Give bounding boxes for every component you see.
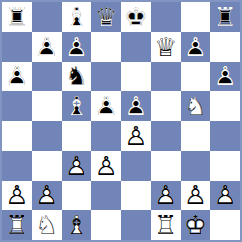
square-b8[interactable] [32, 2, 62, 32]
white-queen[interactable]: ♕ [154, 34, 177, 60]
square-d8[interactable]: ♕ [91, 2, 121, 32]
square-g5[interactable]: ♘ [181, 91, 211, 121]
black-pawn[interactable]: ♙ [184, 34, 207, 60]
black-rook[interactable]: ♖ [5, 4, 28, 30]
square-a4[interactable] [2, 121, 32, 151]
white-pawn[interactable]: ♙ [5, 182, 28, 208]
white-pawn[interactable]: ♙ [65, 153, 88, 179]
white-rook[interactable]: ♖ [154, 212, 177, 238]
square-f7[interactable]: ♕ [151, 32, 181, 62]
square-d1[interactable] [91, 210, 121, 240]
black-king[interactable]: ♔ [124, 4, 147, 30]
white-pawn[interactable]: ♙ [154, 182, 177, 208]
square-d4[interactable] [91, 121, 121, 151]
white-bishop[interactable]: ♗ [65, 212, 88, 238]
square-g4[interactable] [181, 121, 211, 151]
square-b7[interactable]: ♙ [32, 32, 62, 62]
square-g7[interactable]: ♙ [181, 32, 211, 62]
square-a5[interactable] [2, 91, 32, 121]
square-c2[interactable] [62, 181, 92, 211]
white-pawn[interactable]: ♙ [213, 182, 236, 208]
black-bishop[interactable]: ♗ [65, 4, 88, 30]
square-g2[interactable]: ♙ [181, 181, 211, 211]
square-c1[interactable]: ♗ [62, 210, 92, 240]
square-a2[interactable]: ♙ [2, 181, 32, 211]
black-pawn[interactable]: ♙ [65, 34, 88, 60]
square-c6[interactable]: ♘ [62, 62, 92, 92]
white-pawn[interactable]: ♙ [184, 182, 207, 208]
square-a1[interactable]: ♖ [2, 210, 32, 240]
square-b2[interactable]: ♙ [32, 181, 62, 211]
square-g6[interactable] [181, 62, 211, 92]
square-f2[interactable]: ♙ [151, 181, 181, 211]
square-e8[interactable]: ♔ [121, 2, 151, 32]
square-d2[interactable] [91, 181, 121, 211]
square-a7[interactable] [2, 32, 32, 62]
square-h2[interactable]: ♙ [210, 181, 240, 211]
square-c5[interactable]: ♗ [62, 91, 92, 121]
square-a6[interactable]: ♙ [2, 62, 32, 92]
square-c8[interactable]: ♗ [62, 2, 92, 32]
square-e4[interactable]: ♙ [121, 121, 151, 151]
square-d3[interactable]: ♙ [91, 151, 121, 181]
white-knight[interactable]: ♘ [35, 212, 58, 238]
square-f5[interactable] [151, 91, 181, 121]
square-f6[interactable] [151, 62, 181, 92]
black-pawn[interactable]: ♙ [35, 34, 58, 60]
square-b1[interactable]: ♘ [32, 210, 62, 240]
square-b5[interactable] [32, 91, 62, 121]
white-pawn[interactable]: ♙ [35, 182, 58, 208]
square-e2[interactable] [121, 181, 151, 211]
square-c3[interactable]: ♙ [62, 151, 92, 181]
black-pawn[interactable]: ♙ [5, 63, 28, 89]
black-knight[interactable]: ♘ [65, 63, 88, 89]
square-h6[interactable]: ♙ [210, 62, 240, 92]
square-e6[interactable] [121, 62, 151, 92]
square-b4[interactable] [32, 121, 62, 151]
square-d5[interactable]: ♙ [91, 91, 121, 121]
square-f4[interactable] [151, 121, 181, 151]
white-pawn[interactable]: ♙ [124, 123, 147, 149]
square-e7[interactable] [121, 32, 151, 62]
square-c4[interactable] [62, 121, 92, 151]
square-f3[interactable] [151, 151, 181, 181]
square-f1[interactable]: ♖ [151, 210, 181, 240]
square-e3[interactable] [121, 151, 151, 181]
black-rook[interactable]: ♖ [213, 4, 236, 30]
square-b3[interactable] [32, 151, 62, 181]
square-h1[interactable] [210, 210, 240, 240]
square-e5[interactable]: ♙ [121, 91, 151, 121]
square-f8[interactable] [151, 2, 181, 32]
black-queen[interactable]: ♕ [94, 4, 117, 30]
chessboard: ♖♗♕♔♖♙♙♕♙♙♘♙♗♙♙♘♙♙♙♙♙♙♙♙♖♘♗♖♔ [0, 0, 242, 242]
square-b6[interactable] [32, 62, 62, 92]
black-pawn[interactable]: ♙ [94, 93, 117, 119]
square-h8[interactable]: ♖ [210, 2, 240, 32]
square-g3[interactable] [181, 151, 211, 181]
square-h3[interactable] [210, 151, 240, 181]
square-c7[interactable]: ♙ [62, 32, 92, 62]
square-a8[interactable]: ♖ [2, 2, 32, 32]
black-bishop[interactable]: ♗ [65, 93, 88, 119]
black-pawn[interactable]: ♙ [213, 63, 236, 89]
white-pawn[interactable]: ♙ [94, 153, 117, 179]
square-a3[interactable] [2, 151, 32, 181]
white-king[interactable]: ♔ [184, 212, 207, 238]
square-g1[interactable]: ♔ [181, 210, 211, 240]
white-rook[interactable]: ♖ [5, 212, 28, 238]
square-d6[interactable] [91, 62, 121, 92]
black-pawn[interactable]: ♙ [124, 93, 147, 119]
square-g8[interactable] [181, 2, 211, 32]
white-knight[interactable]: ♘ [184, 93, 207, 119]
square-d7[interactable] [91, 32, 121, 62]
square-h4[interactable] [210, 121, 240, 151]
square-h7[interactable] [210, 32, 240, 62]
square-e1[interactable] [121, 210, 151, 240]
square-h5[interactable] [210, 91, 240, 121]
